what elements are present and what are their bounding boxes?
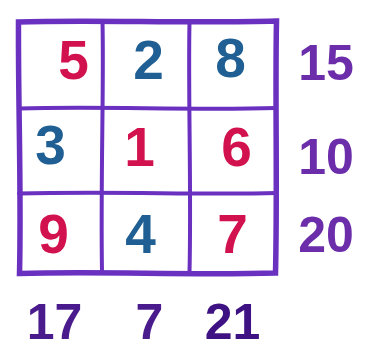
cell-r1c2: 2: [102, 17, 189, 108]
cell-r2c2: 1: [102, 108, 189, 192]
puzzle-grid: 5 2 8 3 1 6 9 4 7: [15, 17, 280, 277]
cell-value: 2: [133, 33, 164, 88]
cell-value: 6: [221, 120, 252, 175]
row-sum-value: 15: [298, 38, 354, 88]
cell-value: 8: [215, 31, 246, 86]
cell-r1c1: 5: [15, 17, 102, 108]
col-sum-3: 21: [189, 287, 280, 355]
puzzle-canvas: 5 2 8 3 1 6 9 4 7 15 10 20 17 7 21: [0, 0, 370, 355]
row-sum-value: 20: [298, 210, 354, 260]
cell-r1c3: 8: [189, 17, 280, 108]
cell-value: 3: [35, 118, 66, 173]
col-sum-2: 7: [102, 287, 189, 355]
cell-value: 9: [38, 207, 69, 262]
col-sum-value: 17: [27, 297, 83, 347]
cell-r2c1: 3: [15, 108, 102, 192]
cell-r2c3: 6: [189, 108, 280, 192]
cell-r3c3: 7: [189, 192, 280, 277]
column-sums: 17 7 21: [15, 287, 280, 355]
cell-r3c2: 4: [102, 192, 189, 277]
row-sums: 15 10 20: [291, 17, 361, 277]
row-sum-3: 20: [291, 192, 361, 277]
cell-value: 5: [58, 33, 89, 88]
cell-value: 4: [125, 207, 156, 262]
row-sum-1: 15: [291, 17, 361, 108]
cell-grid: 5 2 8 3 1 6 9 4 7: [15, 17, 280, 277]
cell-value: 7: [217, 207, 248, 262]
col-sum-value: 7: [136, 297, 164, 347]
col-sum-value: 21: [205, 297, 261, 347]
cell-value: 1: [124, 120, 155, 175]
col-sum-1: 17: [15, 287, 102, 355]
row-sum-2: 10: [291, 108, 361, 192]
cell-r3c1: 9: [15, 192, 102, 277]
row-sum-value: 10: [298, 132, 354, 182]
